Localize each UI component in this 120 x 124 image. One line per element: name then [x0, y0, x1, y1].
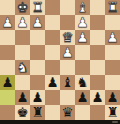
- square-e7[interactable]: [45, 90, 60, 105]
- square-c1[interactable]: ♝: [75, 0, 90, 15]
- square-a7[interactable]: ♟: [105, 90, 120, 105]
- white-rook: ♜: [31, 0, 43, 15]
- square-b7[interactable]: ♟: [90, 90, 105, 105]
- square-c8[interactable]: [75, 105, 90, 120]
- black-rook: ♜: [31, 105, 43, 120]
- square-h8[interactable]: [0, 105, 15, 120]
- square-b1[interactable]: [90, 0, 105, 15]
- square-f3[interactable]: [30, 30, 45, 45]
- square-f8[interactable]: ♜: [30, 105, 45, 120]
- square-c5[interactable]: [75, 60, 90, 75]
- black-queen: ♛: [61, 105, 73, 120]
- square-a5[interactable]: [105, 60, 120, 75]
- square-e4[interactable]: [45, 45, 60, 60]
- square-c3[interactable]: ♟: [75, 30, 90, 45]
- square-d5[interactable]: [60, 60, 75, 75]
- black-pawn: ♟: [91, 90, 103, 105]
- white-queen: ♛: [61, 30, 73, 45]
- square-e1[interactable]: [45, 0, 60, 15]
- square-h3[interactable]: [0, 30, 15, 45]
- square-g2[interactable]: ♟: [15, 15, 30, 30]
- square-h5[interactable]: [0, 60, 15, 75]
- white-rook: ♜: [106, 0, 118, 15]
- bottom-bar-mark: [112, 121, 118, 123]
- white-pawn: ♟: [1, 15, 13, 30]
- square-h1[interactable]: [0, 0, 15, 15]
- square-e3[interactable]: [45, 30, 60, 45]
- square-d4[interactable]: ♟: [60, 45, 75, 60]
- chess-app-screenshot: ♚♜♝♜♟♟♟♟♛♟♟♟♞♟♟♝♞♟♟♟♟♟♚♜♛♜: [0, 0, 120, 124]
- white-pawn: ♟: [61, 45, 73, 60]
- black-king: ♚: [16, 105, 28, 120]
- black-pawn: ♟: [1, 75, 13, 90]
- square-g3[interactable]: [15, 30, 30, 45]
- square-g6[interactable]: [15, 75, 30, 90]
- square-f2[interactable]: ♟: [30, 15, 45, 30]
- square-c6[interactable]: ♞: [75, 75, 90, 90]
- square-e2[interactable]: [45, 15, 60, 30]
- white-king: ♚: [16, 0, 28, 15]
- square-b2[interactable]: [90, 15, 105, 30]
- square-f1[interactable]: ♜: [30, 0, 45, 15]
- square-h7[interactable]: [0, 90, 15, 105]
- square-g5[interactable]: ♞: [15, 60, 30, 75]
- chess-board: ♚♜♝♜♟♟♟♟♛♟♟♟♞♟♟♝♞♟♟♟♟♟♚♜♛♜: [0, 0, 120, 120]
- square-d6[interactable]: ♝: [60, 75, 75, 90]
- square-d3[interactable]: ♛: [60, 30, 75, 45]
- black-pawn: ♟: [76, 90, 88, 105]
- black-bishop: ♝: [61, 75, 73, 90]
- square-a1[interactable]: ♜: [105, 0, 120, 15]
- white-pawn: ♟: [106, 30, 118, 45]
- white-pawn: ♟: [16, 15, 28, 30]
- square-b6[interactable]: [90, 75, 105, 90]
- square-f4[interactable]: [30, 45, 45, 60]
- square-d7[interactable]: [60, 90, 75, 105]
- square-g8[interactable]: ♚: [15, 105, 30, 120]
- square-e6[interactable]: ♟: [45, 75, 60, 90]
- square-h4[interactable]: [0, 45, 15, 60]
- square-b8[interactable]: [90, 105, 105, 120]
- square-a6[interactable]: [105, 75, 120, 90]
- square-g4[interactable]: [15, 45, 30, 60]
- square-c4[interactable]: [75, 45, 90, 60]
- square-d2[interactable]: [60, 15, 75, 30]
- white-knight: ♞: [16, 60, 28, 75]
- square-c7[interactable]: ♟: [75, 90, 90, 105]
- square-e8[interactable]: [45, 105, 60, 120]
- white-pawn: ♟: [76, 30, 88, 45]
- white-pawn: ♟: [76, 15, 88, 30]
- square-f7[interactable]: ♟: [30, 90, 45, 105]
- white-bishop: ♝: [76, 0, 88, 15]
- black-pawn: ♟: [46, 75, 58, 90]
- square-d1[interactable]: [60, 0, 75, 15]
- black-pawn: ♟: [31, 90, 43, 105]
- square-a4[interactable]: [105, 45, 120, 60]
- square-c2[interactable]: ♟: [75, 15, 90, 30]
- square-a2[interactable]: [105, 15, 120, 30]
- white-pawn: ♟: [31, 15, 43, 30]
- black-knight: ♞: [76, 75, 88, 90]
- bottom-status-bar: [0, 120, 120, 124]
- square-g1[interactable]: ♚: [15, 0, 30, 15]
- square-a8[interactable]: ♜: [105, 105, 120, 120]
- square-h6[interactable]: ♟: [0, 75, 15, 90]
- square-e5[interactable]: [45, 60, 60, 75]
- square-b4[interactable]: [90, 45, 105, 60]
- black-rook: ♜: [106, 105, 118, 120]
- square-g7[interactable]: ♟: [15, 90, 30, 105]
- square-f5[interactable]: [30, 60, 45, 75]
- square-f6[interactable]: [30, 75, 45, 90]
- square-h2[interactable]: ♟: [0, 15, 15, 30]
- square-b5[interactable]: [90, 60, 105, 75]
- black-pawn: ♟: [106, 90, 118, 105]
- square-b3[interactable]: [90, 30, 105, 45]
- black-pawn: ♟: [16, 90, 28, 105]
- square-a3[interactable]: ♟: [105, 30, 120, 45]
- square-d8[interactable]: ♛: [60, 105, 75, 120]
